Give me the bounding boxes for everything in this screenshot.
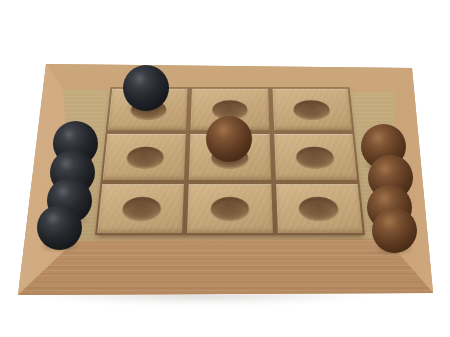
balls-layer (0, 0, 450, 337)
black-ball[interactable] (37, 205, 82, 250)
brown-ball[interactable] (372, 208, 417, 253)
brown-ball[interactable] (206, 116, 252, 162)
black-ball[interactable] (123, 65, 169, 111)
photo-background (0, 0, 450, 337)
